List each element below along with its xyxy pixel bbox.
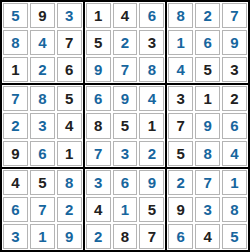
cell-r9c9[interactable]: 5 xyxy=(222,224,247,249)
cell-digit: 3 xyxy=(121,146,129,161)
sudoku-board: 5938471261465239788271694537852349616948… xyxy=(0,0,250,252)
cell-digit: 8 xyxy=(230,202,238,217)
cell-r8c9[interactable]: 8 xyxy=(222,197,247,222)
cell-r3c5[interactable]: 7 xyxy=(113,57,138,82)
cell-digit: 3 xyxy=(38,118,46,133)
cell-digit: 2 xyxy=(11,118,19,133)
cell-r9c7[interactable]: 6 xyxy=(168,224,193,249)
cell-r9c2[interactable]: 1 xyxy=(30,224,55,249)
cell-digit: 4 xyxy=(65,118,73,133)
cell-digit: 1 xyxy=(11,62,19,77)
cell-digit: 8 xyxy=(177,8,185,23)
cell-digit: 7 xyxy=(11,91,19,106)
cell-digit: 9 xyxy=(94,62,102,77)
cell-digit: 4 xyxy=(230,146,238,161)
cell-r7c2[interactable]: 5 xyxy=(30,170,55,195)
cell-r4c1[interactable]: 7 xyxy=(3,86,28,111)
cell-digit: 8 xyxy=(121,229,129,244)
cell-digit: 5 xyxy=(177,146,185,161)
cell-digit: 9 xyxy=(121,91,129,106)
cell-digit: 8 xyxy=(11,35,19,50)
cell-digit: 2 xyxy=(94,229,102,244)
cell-r5c8[interactable]: 9 xyxy=(195,113,220,138)
cell-digit: 2 xyxy=(230,91,238,106)
cell-digit: 2 xyxy=(38,62,46,77)
cell-r2c4[interactable]: 5 xyxy=(86,30,111,55)
cell-digit: 7 xyxy=(94,146,102,161)
cell-r8c5[interactable]: 1 xyxy=(113,197,138,222)
cell-digit: 3 xyxy=(94,175,102,190)
cell-digit: 2 xyxy=(177,175,185,190)
cell-r3c2[interactable]: 2 xyxy=(30,57,55,82)
cell-r9c4[interactable]: 2 xyxy=(86,224,111,249)
cell-digit: 4 xyxy=(203,229,211,244)
cell-digit: 1 xyxy=(94,8,102,23)
cell-r5c9[interactable]: 6 xyxy=(222,113,247,138)
box-r3c2: 369415287 xyxy=(85,169,166,250)
cell-digit: 4 xyxy=(94,202,102,217)
cell-r1c3[interactable]: 3 xyxy=(57,3,82,28)
cell-r5c2[interactable]: 3 xyxy=(30,113,55,138)
cell-digit: 3 xyxy=(203,202,211,217)
cell-r1c2[interactable]: 9 xyxy=(30,3,55,28)
cell-digit: 1 xyxy=(38,229,46,244)
cell-r1c5[interactable]: 4 xyxy=(113,3,138,28)
box-r1c1: 593847126 xyxy=(2,2,83,83)
box-r1c2: 146523978 xyxy=(85,2,166,83)
cell-digit: 3 xyxy=(65,8,73,23)
box-r3c1: 458672319 xyxy=(2,169,83,250)
cell-digit: 5 xyxy=(65,91,73,106)
cell-digit: 6 xyxy=(38,146,46,161)
cell-digit: 8 xyxy=(65,175,73,190)
cell-r1c4[interactable]: 1 xyxy=(86,3,111,28)
cell-r4c4[interactable]: 6 xyxy=(86,86,111,111)
cell-digit: 7 xyxy=(230,8,238,23)
cell-r2c3[interactable]: 7 xyxy=(57,30,82,55)
cell-digit: 4 xyxy=(177,62,185,77)
cell-digit: 9 xyxy=(38,8,46,23)
box-r2c1: 785234961 xyxy=(2,85,83,166)
cell-digit: 8 xyxy=(148,62,156,77)
cell-digit: 1 xyxy=(177,35,185,50)
cell-r1c8[interactable]: 2 xyxy=(195,3,220,28)
cell-digit: 8 xyxy=(38,91,46,106)
cell-digit: 3 xyxy=(148,35,156,50)
cell-r5c4[interactable]: 8 xyxy=(86,113,111,138)
cell-digit: 5 xyxy=(148,202,156,217)
cell-r4c3[interactable]: 5 xyxy=(57,86,82,111)
cell-r5c1[interactable]: 2 xyxy=(3,113,28,138)
cell-r2c6[interactable]: 3 xyxy=(139,30,164,55)
cell-r5c7[interactable]: 7 xyxy=(168,113,193,138)
cell-r9c3[interactable]: 9 xyxy=(57,224,82,249)
cell-r4c8[interactable]: 1 xyxy=(195,86,220,111)
cell-r4c6[interactable]: 4 xyxy=(139,86,164,111)
cell-r1c7[interactable]: 8 xyxy=(168,3,193,28)
cell-digit: 7 xyxy=(65,35,73,50)
cell-digit: 2 xyxy=(148,146,156,161)
cell-r8c3[interactable]: 2 xyxy=(57,197,82,222)
cell-digit: 9 xyxy=(65,229,73,244)
cell-r6c9[interactable]: 4 xyxy=(222,141,247,166)
cell-r3c8[interactable]: 5 xyxy=(195,57,220,82)
cell-r2c1[interactable]: 8 xyxy=(3,30,28,55)
cell-digit: 2 xyxy=(65,202,73,217)
cell-digit: 7 xyxy=(121,62,129,77)
cell-r4c2[interactable]: 8 xyxy=(30,86,55,111)
cell-digit: 6 xyxy=(203,35,211,50)
cell-r7c6[interactable]: 9 xyxy=(139,170,164,195)
cell-r9c5[interactable]: 8 xyxy=(113,224,138,249)
cell-r3c6[interactable]: 8 xyxy=(139,57,164,82)
cell-digit: 9 xyxy=(177,202,185,217)
cell-digit: 6 xyxy=(11,202,19,217)
cell-r6c3[interactable]: 1 xyxy=(57,141,82,166)
cell-digit: 2 xyxy=(203,8,211,23)
cell-r2c7[interactable]: 1 xyxy=(168,30,193,55)
cell-r9c1[interactable]: 3 xyxy=(3,224,28,249)
cell-digit: 6 xyxy=(65,62,73,77)
cell-digit: 4 xyxy=(121,8,129,23)
cell-r7c1[interactable]: 4 xyxy=(3,170,28,195)
cell-r3c9[interactable]: 3 xyxy=(222,57,247,82)
cell-digit: 8 xyxy=(203,146,211,161)
cell-r5c3[interactable]: 4 xyxy=(57,113,82,138)
cell-r4c5[interactable]: 9 xyxy=(113,86,138,111)
cell-r4c7[interactable]: 3 xyxy=(168,86,193,111)
cell-digit: 6 xyxy=(121,175,129,190)
cell-r8c1[interactable]: 6 xyxy=(3,197,28,222)
cell-digit: 1 xyxy=(230,175,238,190)
cell-r7c4[interactable]: 3 xyxy=(86,170,111,195)
cell-digit: 5 xyxy=(94,35,102,50)
cell-digit: 4 xyxy=(148,91,156,106)
cell-digit: 5 xyxy=(203,62,211,77)
cell-digit: 5 xyxy=(11,8,19,23)
cell-digit: 6 xyxy=(230,118,238,133)
cell-digit: 8 xyxy=(94,118,102,133)
cell-r8c6[interactable]: 5 xyxy=(139,197,164,222)
cell-r7c3[interactable]: 8 xyxy=(57,170,82,195)
cell-digit: 1 xyxy=(203,91,211,106)
cell-r6c6[interactable]: 2 xyxy=(139,141,164,166)
cell-digit: 1 xyxy=(121,202,129,217)
cell-digit: 5 xyxy=(38,175,46,190)
box-r2c2: 694851732 xyxy=(85,85,166,166)
cell-r8c2[interactable]: 7 xyxy=(30,197,55,222)
cell-r4c9[interactable]: 2 xyxy=(222,86,247,111)
cell-r7c8[interactable]: 7 xyxy=(195,170,220,195)
cell-digit: 7 xyxy=(177,118,185,133)
cell-r3c3[interactable]: 6 xyxy=(57,57,82,82)
cell-r9c8[interactable]: 4 xyxy=(195,224,220,249)
cell-r5c6[interactable]: 1 xyxy=(139,113,164,138)
cell-r6c8[interactable]: 8 xyxy=(195,141,220,166)
sudoku-app: 5938471261465239788271694537852349616948… xyxy=(0,0,250,252)
box-r2c3: 312796584 xyxy=(167,85,248,166)
cell-digit: 9 xyxy=(148,175,156,190)
cell-digit: 6 xyxy=(148,8,156,23)
cell-digit: 5 xyxy=(230,229,238,244)
cell-r2c5[interactable]: 2 xyxy=(113,30,138,55)
cell-r6c1[interactable]: 9 xyxy=(3,141,28,166)
cell-r8c7[interactable]: 9 xyxy=(168,197,193,222)
cell-digit: 3 xyxy=(177,91,185,106)
cell-digit: 4 xyxy=(11,175,19,190)
cell-r6c4[interactable]: 7 xyxy=(86,141,111,166)
cell-r2c9[interactable]: 9 xyxy=(222,30,247,55)
cell-digit: 6 xyxy=(177,229,185,244)
cell-digit: 2 xyxy=(121,35,129,50)
cell-digit: 3 xyxy=(230,62,238,77)
cell-r7c5[interactable]: 6 xyxy=(113,170,138,195)
cell-digit: 7 xyxy=(148,229,156,244)
cell-digit: 7 xyxy=(38,202,46,217)
cell-r3c4[interactable]: 9 xyxy=(86,57,111,82)
cell-r3c7[interactable]: 4 xyxy=(168,57,193,82)
cell-r5c5[interactable]: 5 xyxy=(113,113,138,138)
cell-r7c9[interactable]: 1 xyxy=(222,170,247,195)
cell-r8c4[interactable]: 4 xyxy=(86,197,111,222)
cell-r6c7[interactable]: 5 xyxy=(168,141,193,166)
cell-r2c2[interactable]: 4 xyxy=(30,30,55,55)
cell-digit: 4 xyxy=(38,35,46,50)
cell-digit: 5 xyxy=(121,118,129,133)
cell-r2c8[interactable]: 6 xyxy=(195,30,220,55)
cell-r6c2[interactable]: 6 xyxy=(30,141,55,166)
cell-r9c6[interactable]: 7 xyxy=(139,224,164,249)
cell-digit: 7 xyxy=(203,175,211,190)
cell-digit: 9 xyxy=(203,118,211,133)
cell-r3c1[interactable]: 1 xyxy=(3,57,28,82)
cell-digit: 1 xyxy=(65,146,73,161)
cell-digit: 9 xyxy=(230,35,238,50)
cell-digit: 9 xyxy=(11,146,19,161)
box-r3c3: 271938645 xyxy=(167,169,248,250)
cell-r8c8[interactable]: 3 xyxy=(195,197,220,222)
cell-digit: 1 xyxy=(148,118,156,133)
cell-r1c9[interactable]: 7 xyxy=(222,3,247,28)
cell-digit: 6 xyxy=(94,91,102,106)
cell-digit: 3 xyxy=(11,229,19,244)
box-r1c3: 827169453 xyxy=(167,2,248,83)
cell-r7c7[interactable]: 2 xyxy=(168,170,193,195)
cell-r1c6[interactable]: 6 xyxy=(139,3,164,28)
cell-r1c1[interactable]: 5 xyxy=(3,3,28,28)
cell-r6c5[interactable]: 3 xyxy=(113,141,138,166)
